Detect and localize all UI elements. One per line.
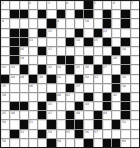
white-cell[interactable] [10, 93, 18, 101]
white-cell[interactable] [103, 120, 111, 128]
white-cell[interactable]: 15 [94, 38, 102, 46]
clue-number: 25 [76, 65, 80, 68]
white-cell[interactable]: 13 [29, 38, 37, 46]
white-cell[interactable] [47, 56, 55, 64]
white-cell[interactable] [131, 93, 139, 101]
white-cell[interactable] [38, 139, 46, 147]
white-cell[interactable] [131, 75, 139, 83]
black-cell [103, 38, 111, 46]
white-cell[interactable] [47, 10, 55, 18]
black-cell [75, 102, 83, 110]
black-cell [121, 19, 129, 27]
white-cell[interactable] [1, 38, 9, 46]
white-cell[interactable] [112, 38, 120, 46]
black-cell [112, 84, 120, 92]
white-cell[interactable]: 17 [47, 47, 55, 55]
black-cell [121, 10, 129, 18]
clue-number: 7 [131, 1, 133, 4]
black-cell [66, 84, 74, 92]
clue-number: 37 [76, 84, 80, 87]
clue-number: 13 [29, 38, 33, 41]
white-cell[interactable] [103, 47, 111, 55]
black-cell [121, 38, 129, 46]
black-cell [10, 47, 18, 55]
white-cell[interactable]: 40 [57, 93, 65, 101]
clue-number: 57 [94, 130, 98, 133]
clue-number: 32 [85, 75, 89, 78]
white-cell[interactable]: 56 [84, 130, 92, 138]
white-cell[interactable] [131, 47, 139, 55]
white-cell[interactable]: 6 [112, 1, 120, 9]
white-cell[interactable] [131, 65, 139, 73]
clue-number: 11 [48, 29, 52, 32]
white-cell[interactable] [66, 10, 74, 18]
black-cell [20, 102, 28, 110]
clue-number: 49 [103, 111, 107, 114]
black-cell [94, 120, 102, 128]
white-cell[interactable]: 25 [75, 65, 83, 73]
white-cell[interactable] [103, 84, 111, 92]
black-cell [84, 56, 92, 64]
black-cell [66, 111, 74, 119]
black-cell [112, 75, 120, 83]
clue-number: 17 [48, 47, 52, 50]
white-cell[interactable]: 59 [57, 139, 65, 147]
white-cell[interactable]: 32 [84, 75, 92, 83]
white-cell[interactable] [131, 19, 139, 27]
white-cell[interactable] [29, 19, 37, 27]
white-cell[interactable] [75, 93, 83, 101]
white-cell[interactable]: 8 [1, 19, 9, 27]
white-cell[interactable] [1, 102, 9, 110]
white-cell[interactable] [57, 38, 65, 46]
white-cell[interactable] [1, 130, 9, 138]
white-cell[interactable] [29, 56, 37, 64]
white-cell[interactable] [29, 130, 37, 138]
white-cell[interactable]: 3 [47, 1, 55, 9]
white-cell[interactable] [84, 111, 92, 119]
clue-number: 59 [57, 139, 61, 142]
white-cell[interactable] [75, 1, 83, 9]
white-cell[interactable]: 49 [103, 111, 111, 119]
black-cell [47, 19, 55, 27]
white-cell[interactable]: 28 [10, 75, 18, 83]
white-cell[interactable] [131, 139, 139, 147]
white-cell[interactable] [112, 130, 120, 138]
white-cell[interactable] [103, 75, 111, 83]
black-cell [38, 65, 46, 73]
white-cell[interactable] [94, 102, 102, 110]
white-cell[interactable]: 16 [20, 47, 28, 55]
white-cell[interactable]: 60 [121, 139, 129, 147]
white-cell[interactable] [112, 19, 120, 27]
white-cell[interactable] [57, 84, 65, 92]
white-cell[interactable] [75, 47, 83, 55]
black-cell [94, 65, 102, 73]
black-cell [66, 38, 74, 46]
clue-number: 3 [48, 1, 50, 4]
white-cell[interactable] [38, 38, 46, 46]
white-cell[interactable] [20, 84, 28, 92]
white-cell[interactable]: 39 [1, 93, 9, 101]
black-cell [38, 102, 46, 110]
white-cell[interactable] [47, 38, 55, 46]
white-cell[interactable] [20, 93, 28, 101]
black-cell [66, 120, 74, 128]
white-cell[interactable] [94, 139, 102, 147]
white-cell[interactable] [112, 10, 120, 18]
black-cell [121, 111, 129, 119]
white-cell[interactable] [29, 111, 37, 119]
white-cell[interactable] [29, 139, 37, 147]
clue-number: 18 [122, 47, 126, 50]
white-cell[interactable] [20, 139, 28, 147]
clue-number: 40 [57, 93, 61, 96]
white-cell[interactable] [29, 29, 37, 37]
white-cell[interactable]: 29 [20, 75, 28, 83]
white-cell[interactable]: 7 [131, 1, 139, 9]
black-cell [75, 75, 83, 83]
black-cell [75, 130, 83, 138]
white-cell[interactable] [121, 1, 129, 9]
white-cell[interactable] [38, 84, 46, 92]
black-cell [20, 38, 28, 46]
black-cell [84, 10, 92, 18]
clue-number: 28 [11, 75, 15, 78]
black-cell [47, 93, 55, 101]
white-cell[interactable] [121, 29, 129, 37]
clue-number: 55 [66, 130, 70, 133]
clue-number: 53 [20, 130, 24, 133]
white-cell[interactable]: 42 [112, 93, 120, 101]
black-cell [121, 93, 129, 101]
white-cell[interactable]: 18 [121, 47, 129, 55]
white-cell[interactable]: 2 [29, 1, 37, 9]
clue-number: 60 [122, 139, 126, 142]
white-cell[interactable] [103, 130, 111, 138]
black-cell [94, 29, 102, 37]
black-cell [29, 75, 37, 83]
white-cell[interactable]: 50 [1, 120, 9, 128]
clue-number: 38 [122, 84, 126, 87]
white-cell[interactable] [66, 47, 74, 55]
white-cell[interactable] [47, 84, 55, 92]
black-cell [84, 93, 92, 101]
clue-number: 19 [20, 56, 24, 59]
clue-number: 9 [57, 19, 59, 22]
white-cell[interactable] [66, 75, 74, 83]
white-cell[interactable]: 4 [66, 1, 74, 9]
clue-number: 22 [11, 65, 15, 68]
white-cell[interactable] [131, 111, 139, 119]
white-cell[interactable] [75, 139, 83, 147]
white-cell[interactable] [57, 1, 65, 9]
clue-number: 6 [113, 1, 115, 4]
white-cell[interactable] [131, 102, 139, 110]
black-cell [20, 10, 28, 18]
white-cell[interactable]: 54 [47, 130, 55, 138]
clue-number: 27 [103, 65, 107, 68]
black-cell [20, 65, 28, 73]
black-cell [121, 56, 129, 64]
clue-number: 12 [103, 29, 107, 32]
white-cell[interactable]: 33 [94, 75, 102, 83]
white-cell[interactable] [57, 111, 65, 119]
black-cell [103, 102, 111, 110]
black-cell [47, 120, 55, 128]
white-cell[interactable] [66, 102, 74, 110]
white-cell[interactable] [94, 19, 102, 27]
clue-number: 42 [113, 93, 117, 96]
clue-number: 56 [85, 130, 89, 133]
white-cell[interactable] [131, 130, 139, 138]
white-cell[interactable] [66, 29, 74, 37]
black-cell [112, 47, 120, 55]
white-cell[interactable] [131, 29, 139, 37]
black-cell [1, 75, 9, 83]
black-cell [57, 10, 65, 18]
clue-number: 5 [94, 1, 96, 4]
clue-number: 47 [48, 111, 52, 114]
white-cell[interactable] [131, 10, 139, 18]
black-cell [121, 65, 129, 73]
clue-number: 58 [2, 139, 6, 142]
white-cell[interactable]: 22 [10, 65, 18, 73]
white-cell[interactable] [75, 56, 83, 64]
white-cell[interactable] [57, 120, 65, 128]
white-cell[interactable]: 58 [1, 139, 9, 147]
clue-number: 15 [94, 38, 98, 41]
white-cell[interactable] [57, 47, 65, 55]
clue-number: 48 [76, 111, 80, 114]
white-cell[interactable] [38, 56, 46, 64]
black-cell [38, 111, 46, 119]
clue-number: 45 [2, 111, 6, 114]
clue-number: 10 [85, 19, 89, 22]
clue-number: 23 [48, 65, 52, 68]
black-cell [103, 19, 111, 27]
black-cell [10, 38, 18, 46]
white-cell[interactable] [38, 19, 46, 27]
white-cell[interactable]: 11 [47, 29, 55, 37]
clue-number: 16 [20, 47, 24, 50]
white-cell[interactable] [57, 29, 65, 37]
white-cell[interactable] [84, 29, 92, 37]
white-cell[interactable]: 14 [75, 38, 83, 46]
clue-number: 36 [29, 84, 33, 87]
black-cell [38, 29, 46, 37]
black-cell [10, 102, 18, 110]
white-cell[interactable]: 35 [1, 84, 9, 92]
white-cell[interactable] [38, 93, 46, 101]
white-cell[interactable] [84, 120, 92, 128]
clue-number: 41 [66, 93, 70, 96]
white-cell[interactable]: 20 [112, 56, 120, 64]
clue-number: 4 [66, 1, 68, 4]
white-cell[interactable] [10, 120, 18, 128]
black-cell [10, 10, 18, 18]
white-cell[interactable]: 23 [47, 65, 55, 73]
white-cell[interactable]: 12 [103, 29, 111, 37]
white-cell[interactable] [10, 139, 18, 147]
white-cell[interactable]: 43 [47, 102, 55, 110]
white-cell[interactable] [38, 120, 46, 128]
white-cell[interactable] [66, 19, 74, 27]
white-cell[interactable] [10, 1, 18, 9]
white-cell[interactable] [29, 65, 37, 73]
white-cell[interactable] [94, 93, 102, 101]
white-cell[interactable] [1, 47, 9, 55]
white-cell[interactable] [29, 47, 37, 55]
white-cell[interactable]: 27 [103, 65, 111, 73]
black-cell [103, 10, 111, 18]
black-cell [66, 65, 74, 73]
black-cell [103, 56, 111, 64]
clue-number: 26 [85, 65, 89, 68]
black-cell [84, 139, 92, 147]
white-cell[interactable]: 57 [94, 130, 102, 138]
white-cell[interactable]: 51 [29, 120, 37, 128]
black-cell [84, 1, 92, 9]
white-cell[interactable]: 5 [94, 1, 102, 9]
clue-number: 8 [2, 19, 4, 22]
clue-number: 14 [76, 38, 80, 41]
white-cell[interactable] [75, 19, 83, 27]
white-cell[interactable]: 10 [84, 19, 92, 27]
black-cell [10, 56, 18, 64]
white-cell[interactable] [84, 47, 92, 55]
white-cell[interactable] [112, 102, 120, 110]
black-cell [20, 29, 28, 37]
white-cell[interactable]: 36 [29, 84, 37, 92]
clue-number: 39 [2, 93, 6, 96]
white-cell[interactable]: 47 [47, 111, 55, 119]
clue-number: 30 [39, 75, 43, 78]
white-cell[interactable]: 9 [57, 19, 65, 27]
white-cell[interactable]: 1 [1, 1, 9, 9]
white-cell[interactable] [66, 139, 74, 147]
black-cell [20, 120, 28, 128]
white-cell[interactable] [1, 29, 9, 37]
black-cell [75, 120, 83, 128]
white-cell[interactable] [131, 38, 139, 46]
white-cell[interactable]: 38 [121, 84, 129, 92]
white-cell[interactable]: 34 [121, 75, 129, 83]
white-cell[interactable] [29, 10, 37, 18]
black-cell [103, 139, 111, 147]
white-cell[interactable] [131, 120, 139, 128]
white-cell[interactable]: 30 [38, 75, 46, 83]
black-cell [38, 10, 46, 18]
white-cell[interactable] [10, 19, 18, 27]
black-cell [94, 111, 102, 119]
black-cell [47, 139, 55, 147]
clue-number: 31 [57, 75, 61, 78]
clue-number: 21 [2, 65, 6, 68]
white-cell[interactable] [131, 56, 139, 64]
clue-number: 34 [122, 75, 126, 78]
clue-number: 50 [2, 120, 6, 123]
clue-number: 54 [48, 130, 52, 133]
clue-number: 1 [2, 1, 4, 4]
white-cell[interactable]: 45 [1, 111, 9, 119]
clue-number: 2 [29, 1, 31, 4]
black-cell [75, 29, 83, 37]
white-cell[interactable]: 55 [66, 130, 74, 138]
black-cell [84, 38, 92, 46]
clue-number: 52 [122, 120, 126, 123]
black-cell [10, 130, 18, 138]
black-cell [57, 56, 65, 64]
black-cell [38, 47, 46, 55]
white-cell[interactable]: 46 [10, 111, 18, 119]
clue-number: 33 [94, 75, 98, 78]
white-cell[interactable]: 24 [57, 65, 65, 73]
clue-number: 51 [29, 120, 33, 123]
black-cell [10, 29, 18, 37]
white-cell[interactable] [112, 111, 120, 119]
white-cell[interactable] [20, 19, 28, 27]
crossword-grid: 1234567891011121314151617181920212223242… [0, 0, 140, 148]
white-cell[interactable]: 53 [20, 130, 28, 138]
white-cell[interactable]: 52 [121, 120, 129, 128]
clue-number: 44 [85, 102, 89, 105]
clue-number: 29 [20, 75, 24, 78]
white-cell[interactable]: 21 [1, 65, 9, 73]
white-cell[interactable] [94, 47, 102, 55]
black-cell [103, 93, 111, 101]
white-cell[interactable] [121, 130, 129, 138]
white-cell[interactable] [112, 29, 120, 37]
white-cell[interactable]: 31 [57, 75, 65, 83]
white-cell[interactable] [131, 84, 139, 92]
white-cell[interactable]: 44 [84, 102, 92, 110]
white-cell[interactable]: 37 [75, 84, 83, 92]
white-cell[interactable] [1, 56, 9, 64]
black-cell [75, 10, 83, 18]
white-cell[interactable] [20, 111, 28, 119]
white-cell[interactable]: 41 [66, 93, 74, 101]
white-cell[interactable] [84, 84, 92, 92]
black-cell [112, 120, 120, 128]
white-cell[interactable]: 26 [84, 65, 92, 73]
white-cell[interactable]: 48 [75, 111, 83, 119]
black-cell [121, 102, 129, 110]
clue-number: 46 [11, 111, 15, 114]
white-cell[interactable] [94, 84, 102, 92]
clue-number: 24 [57, 65, 61, 68]
white-cell[interactable] [38, 1, 46, 9]
black-cell [66, 56, 74, 64]
white-cell[interactable] [20, 1, 28, 9]
white-cell[interactable] [112, 65, 120, 73]
white-cell[interactable] [29, 93, 37, 101]
white-cell[interactable] [29, 102, 37, 110]
white-cell[interactable] [103, 1, 111, 9]
clue-number: 35 [2, 84, 6, 87]
black-cell [47, 75, 55, 83]
white-cell[interactable]: 19 [20, 56, 28, 64]
clue-number: 43 [48, 102, 52, 105]
white-cell[interactable] [10, 84, 18, 92]
black-cell [38, 130, 46, 138]
white-cell[interactable] [57, 130, 65, 138]
white-cell[interactable] [94, 56, 102, 64]
white-cell[interactable] [94, 10, 102, 18]
white-cell[interactable] [1, 10, 9, 18]
black-cell [112, 139, 120, 147]
white-cell[interactable] [57, 102, 65, 110]
